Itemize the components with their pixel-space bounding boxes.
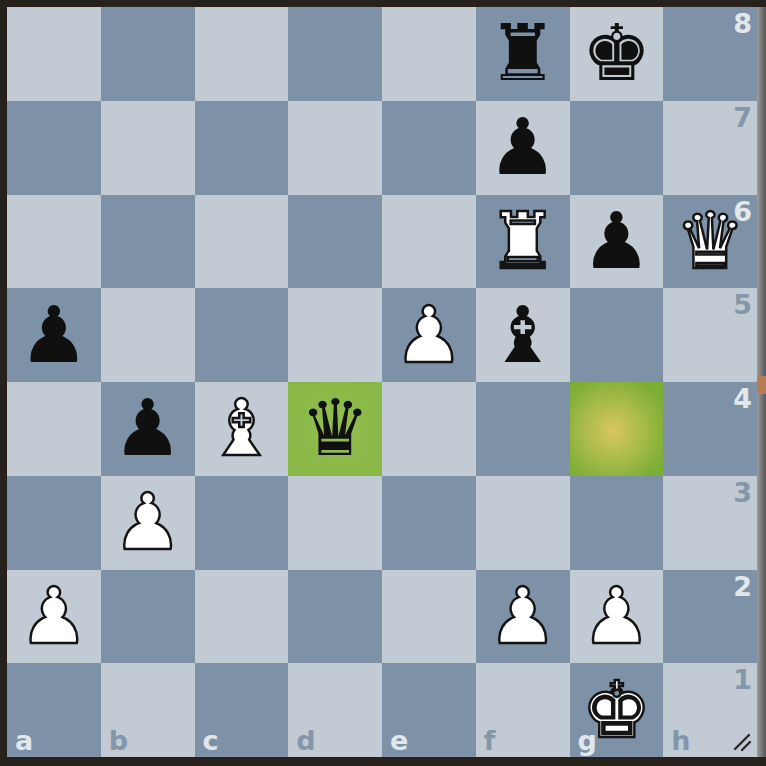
square-f1[interactable]: f — [476, 663, 570, 757]
black-rook[interactable]: ♜ — [476, 7, 570, 101]
scrollbar-track[interactable] — [757, 7, 766, 757]
black-pawn[interactable]: ♟ — [7, 288, 101, 382]
square-e4[interactable] — [382, 382, 476, 476]
square-c4[interactable]: ♝ — [195, 382, 289, 476]
square-a5[interactable]: ♟ — [7, 288, 101, 382]
square-b1[interactable]: b — [101, 663, 195, 757]
rank-label-8: 8 — [733, 10, 752, 37]
square-e2[interactable] — [382, 570, 476, 664]
square-g7[interactable] — [570, 101, 664, 195]
white-pawn[interactable]: ♟ — [382, 288, 476, 382]
square-a2[interactable]: ♟ — [7, 570, 101, 664]
square-f6[interactable]: ♜ — [476, 195, 570, 289]
square-h5[interactable]: 5 — [663, 288, 757, 382]
rank-label-2: 2 — [733, 573, 752, 600]
white-pawn[interactable]: ♟ — [570, 570, 664, 664]
square-e7[interactable] — [382, 101, 476, 195]
screen: ♜♚8♟7♜♟♛6♟♟♝5♟♝♛4♟3♟♟♟2abcdef♚g1h — [0, 0, 766, 766]
square-g4[interactable] — [570, 382, 664, 476]
file-label-e: e — [390, 727, 408, 754]
white-rook[interactable]: ♜ — [476, 195, 570, 289]
square-g8[interactable]: ♚ — [570, 7, 664, 101]
square-d6[interactable] — [288, 195, 382, 289]
square-c7[interactable] — [195, 101, 289, 195]
square-b3[interactable]: ♟ — [101, 476, 195, 570]
square-e8[interactable] — [382, 7, 476, 101]
rank-label-1: 1 — [733, 666, 752, 693]
black-king[interactable]: ♚ — [570, 7, 664, 101]
square-c3[interactable] — [195, 476, 289, 570]
square-c1[interactable]: c — [195, 663, 289, 757]
square-a7[interactable] — [7, 101, 101, 195]
rank-label-4: 4 — [733, 385, 752, 412]
square-g3[interactable] — [570, 476, 664, 570]
square-b4[interactable]: ♟ — [101, 382, 195, 476]
square-c6[interactable] — [195, 195, 289, 289]
square-e5[interactable]: ♟ — [382, 288, 476, 382]
square-g6[interactable]: ♟ — [570, 195, 664, 289]
square-f8[interactable]: ♜ — [476, 7, 570, 101]
square-f2[interactable]: ♟ — [476, 570, 570, 664]
square-f5[interactable]: ♝ — [476, 288, 570, 382]
square-e6[interactable] — [382, 195, 476, 289]
square-d2[interactable] — [288, 570, 382, 664]
square-f7[interactable]: ♟ — [476, 101, 570, 195]
white-bishop[interactable]: ♝ — [195, 382, 289, 476]
file-label-d: d — [296, 727, 315, 754]
square-c8[interactable] — [195, 7, 289, 101]
square-e1[interactable]: e — [382, 663, 476, 757]
black-pawn[interactable]: ♟ — [101, 382, 195, 476]
square-h3[interactable]: 3 — [663, 476, 757, 570]
rank-label-5: 5 — [733, 291, 752, 318]
square-h8[interactable]: 8 — [663, 7, 757, 101]
white-pawn[interactable]: ♟ — [476, 570, 570, 664]
square-a8[interactable] — [7, 7, 101, 101]
square-h6[interactable]: ♛6 — [663, 195, 757, 289]
square-d8[interactable] — [288, 7, 382, 101]
file-label-b: b — [109, 727, 128, 754]
square-c2[interactable] — [195, 570, 289, 664]
square-a6[interactable] — [7, 195, 101, 289]
square-g1[interactable]: ♚g — [570, 663, 664, 757]
square-d1[interactable]: d — [288, 663, 382, 757]
board-resize-handle-icon[interactable] — [731, 731, 753, 753]
square-b6[interactable] — [101, 195, 195, 289]
black-pawn[interactable]: ♟ — [570, 195, 664, 289]
black-queen[interactable]: ♛ — [288, 382, 382, 476]
square-d4[interactable]: ♛ — [288, 382, 382, 476]
rank-label-7: 7 — [733, 104, 752, 131]
white-pawn[interactable]: ♟ — [101, 476, 195, 570]
square-d7[interactable] — [288, 101, 382, 195]
rank-label-3: 3 — [733, 479, 752, 506]
square-h4[interactable]: 4 — [663, 382, 757, 476]
scrollbar-marker — [757, 376, 766, 394]
black-bishop[interactable]: ♝ — [476, 288, 570, 382]
square-h7[interactable]: 7 — [663, 101, 757, 195]
file-label-a: a — [15, 727, 33, 754]
square-b7[interactable] — [101, 101, 195, 195]
square-d3[interactable] — [288, 476, 382, 570]
square-e3[interactable] — [382, 476, 476, 570]
square-g5[interactable] — [570, 288, 664, 382]
square-f4[interactable] — [476, 382, 570, 476]
square-b5[interactable] — [101, 288, 195, 382]
chess-board: ♜♚8♟7♜♟♛6♟♟♝5♟♝♛4♟3♟♟♟2abcdef♚g1h — [7, 7, 757, 757]
square-g2[interactable]: ♟ — [570, 570, 664, 664]
square-h2[interactable]: 2 — [663, 570, 757, 664]
square-d5[interactable] — [288, 288, 382, 382]
black-pawn[interactable]: ♟ — [476, 101, 570, 195]
file-label-f: f — [484, 727, 496, 754]
square-f3[interactable] — [476, 476, 570, 570]
file-label-h: h — [671, 727, 690, 754]
square-c5[interactable] — [195, 288, 289, 382]
square-a4[interactable] — [7, 382, 101, 476]
white-queen[interactable]: ♛ — [663, 195, 757, 289]
square-a3[interactable] — [7, 476, 101, 570]
square-a1[interactable]: a — [7, 663, 101, 757]
white-king[interactable]: ♚ — [570, 663, 664, 757]
white-pawn[interactable]: ♟ — [7, 570, 101, 664]
square-b8[interactable] — [101, 7, 195, 101]
square-b2[interactable] — [101, 570, 195, 664]
file-label-c: c — [203, 727, 219, 754]
